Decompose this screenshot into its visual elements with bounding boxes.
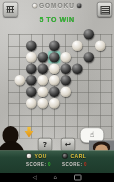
status-text: 5 TO WIN bbox=[0, 15, 114, 23]
scoreboard-strip: YOU SCORE:0 CARL SCORE:0 bbox=[0, 150, 114, 174]
left-player-stone-icon bbox=[26, 153, 32, 159]
left-score-value: 0 bbox=[48, 162, 51, 167]
left-player-panel: YOU SCORE:0 bbox=[26, 153, 51, 167]
menu-list-icon bbox=[101, 6, 111, 15]
black-stone bbox=[49, 40, 60, 51]
black-stone bbox=[26, 86, 37, 97]
black-stone bbox=[60, 75, 71, 86]
white-stone bbox=[37, 86, 48, 97]
white-stone-icon bbox=[32, 3, 38, 9]
left-score-label: SCORE: bbox=[26, 162, 47, 167]
white-stone bbox=[72, 40, 83, 51]
black-stone bbox=[26, 63, 37, 74]
black-stone bbox=[49, 86, 60, 97]
black-stone bbox=[26, 40, 37, 51]
home-button[interactable]: ⌂ bbox=[54, 173, 57, 182]
white-stone bbox=[60, 86, 71, 97]
white-stone bbox=[37, 75, 48, 86]
white-stone bbox=[26, 52, 37, 63]
black-stone bbox=[37, 52, 48, 63]
black-stone bbox=[60, 63, 71, 74]
black-stone bbox=[83, 52, 94, 63]
black-stone bbox=[49, 52, 60, 63]
right-score-value: 0 bbox=[84, 162, 87, 167]
black-stone bbox=[26, 75, 37, 86]
white-stone bbox=[49, 98, 60, 109]
right-player-name: CARL bbox=[71, 153, 87, 159]
right-score-label: SCORE: bbox=[62, 162, 83, 167]
black-stone bbox=[37, 63, 48, 74]
right-player-panel: CARL SCORE:0 bbox=[62, 153, 87, 167]
recents-button[interactable] bbox=[74, 175, 82, 181]
white-stone bbox=[49, 75, 60, 86]
black-stone-icon bbox=[76, 3, 82, 9]
white-stone bbox=[60, 52, 71, 63]
back-button[interactable]: ◁ bbox=[32, 173, 36, 182]
white-stone bbox=[95, 40, 106, 51]
undo-arrow-icon: ↩ bbox=[65, 140, 71, 149]
white-stone bbox=[49, 63, 60, 74]
thumbs-up-icon: ☝ bbox=[90, 130, 95, 139]
app-logo-text: GOMOKU bbox=[39, 2, 75, 10]
left-player-name: YOU bbox=[35, 153, 47, 159]
black-stone bbox=[72, 63, 83, 74]
right-player-stone-icon bbox=[62, 153, 68, 159]
white-stone bbox=[26, 98, 37, 109]
android-nav-bar: ◁ ⌂ bbox=[0, 173, 114, 182]
black-stone bbox=[83, 29, 94, 40]
gomoku-app-screen: GOMOKU 5 TO WIN ? ↩ ☝ YOU SCORE:0 bbox=[0, 0, 114, 182]
white-stone bbox=[14, 75, 25, 86]
board-grid[interactable] bbox=[8, 34, 113, 139]
white-stone bbox=[37, 98, 48, 109]
